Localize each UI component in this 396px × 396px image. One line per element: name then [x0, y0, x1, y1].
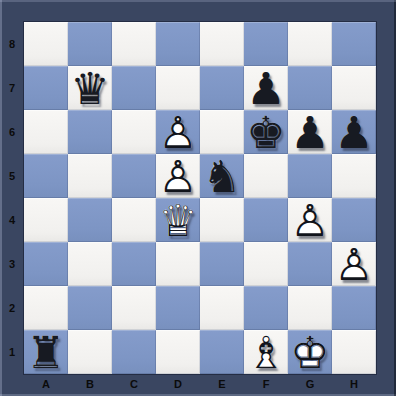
square-d8[interactable]	[156, 22, 200, 66]
white-pawn-glyph-detail: ♙	[332, 242, 376, 286]
square-a6[interactable]	[24, 110, 68, 154]
square-h3[interactable]: ♟♙	[332, 242, 376, 286]
square-h7[interactable]	[332, 66, 376, 110]
file-label-c: C	[112, 374, 156, 394]
white-king-glyph-detail: ♔	[288, 330, 332, 374]
square-b1[interactable]	[68, 330, 112, 374]
square-d2[interactable]	[156, 286, 200, 330]
square-f6[interactable]: ♔♚	[244, 110, 288, 154]
white-pawn-glyph-detail: ♙	[156, 154, 200, 198]
white-pawn[interactable]: ♟♙	[156, 154, 200, 198]
square-c7[interactable]	[112, 66, 156, 110]
square-g7[interactable]	[288, 66, 332, 110]
white-pawn-glyph-detail: ♙	[288, 198, 332, 242]
square-b3[interactable]	[68, 242, 112, 286]
square-d5[interactable]: ♟♙	[156, 154, 200, 198]
black-knight-glyph-detail: ♞	[200, 154, 244, 198]
file-labels: ABCDEFGH	[24, 374, 376, 394]
white-king[interactable]: ♚♔	[288, 330, 332, 374]
black-pawn-glyph-detail: ♟	[288, 110, 332, 154]
black-knight[interactable]: ♘♞	[200, 154, 244, 198]
square-g1[interactable]: ♚♔	[288, 330, 332, 374]
black-queen[interactable]: ♕♛	[68, 66, 112, 110]
black-pawn[interactable]: ♙♟	[288, 110, 332, 154]
square-d4[interactable]: ♛♕	[156, 198, 200, 242]
black-pawn-glyph-detail: ♟	[332, 110, 376, 154]
chess-board: ♕♛♙♟♟♙♔♚♙♟♙♟♟♙♘♞♛♕♟♙♟♙♖♜♝♗♚♔	[24, 22, 376, 374]
square-h8[interactable]	[332, 22, 376, 66]
square-f7[interactable]: ♙♟	[244, 66, 288, 110]
square-e2[interactable]	[200, 286, 244, 330]
chess-board-frame: 87654321 ♕♛♙♟♟♙♔♚♙♟♙♟♟♙♘♞♛♕♟♙♟♙♖♜♝♗♚♔ AB…	[0, 0, 396, 396]
square-f2[interactable]	[244, 286, 288, 330]
square-e1[interactable]	[200, 330, 244, 374]
square-d3[interactable]	[156, 242, 200, 286]
white-pawn[interactable]: ♟♙	[332, 242, 376, 286]
rank-label-6: 6	[0, 110, 24, 154]
black-pawn[interactable]: ♙♟	[332, 110, 376, 154]
square-e6[interactable]	[200, 110, 244, 154]
square-f5[interactable]	[244, 154, 288, 198]
white-bishop-glyph-detail: ♗	[244, 330, 288, 374]
rank-label-1: 1	[0, 330, 24, 374]
rank-label-2: 2	[0, 286, 24, 330]
square-e3[interactable]	[200, 242, 244, 286]
square-b7[interactable]: ♕♛	[68, 66, 112, 110]
square-b5[interactable]	[68, 154, 112, 198]
black-king[interactable]: ♔♚	[244, 110, 288, 154]
square-d6[interactable]: ♟♙	[156, 110, 200, 154]
rank-label-4: 4	[0, 198, 24, 242]
square-f4[interactable]	[244, 198, 288, 242]
black-rook-glyph-detail: ♜	[24, 330, 68, 374]
square-f3[interactable]	[244, 242, 288, 286]
square-d7[interactable]	[156, 66, 200, 110]
square-a4[interactable]	[24, 198, 68, 242]
rank-label-8: 8	[0, 22, 24, 66]
file-label-b: B	[68, 374, 112, 394]
square-f8[interactable]	[244, 22, 288, 66]
square-c3[interactable]	[112, 242, 156, 286]
black-queen-glyph-detail: ♛	[68, 66, 112, 110]
square-e7[interactable]	[200, 66, 244, 110]
black-pawn-glyph-detail: ♟	[244, 66, 288, 110]
square-b6[interactable]	[68, 110, 112, 154]
file-label-g: G	[288, 374, 332, 394]
square-d1[interactable]	[156, 330, 200, 374]
rank-labels: 87654321	[0, 22, 24, 374]
square-c8[interactable]	[112, 22, 156, 66]
square-e8[interactable]	[200, 22, 244, 66]
square-a1[interactable]: ♖♜	[24, 330, 68, 374]
square-h1[interactable]	[332, 330, 376, 374]
square-a2[interactable]	[24, 286, 68, 330]
white-pawn[interactable]: ♟♙	[288, 198, 332, 242]
rank-label-3: 3	[0, 242, 24, 286]
black-pawn[interactable]: ♙♟	[244, 66, 288, 110]
square-c6[interactable]	[112, 110, 156, 154]
square-b4[interactable]	[68, 198, 112, 242]
file-label-d: D	[156, 374, 200, 394]
square-c5[interactable]	[112, 154, 156, 198]
square-g3[interactable]	[288, 242, 332, 286]
square-c4[interactable]	[112, 198, 156, 242]
square-f1[interactable]: ♝♗	[244, 330, 288, 374]
white-pawn[interactable]: ♟♙	[156, 110, 200, 154]
square-g5[interactable]	[288, 154, 332, 198]
white-queen-glyph-detail: ♕	[156, 198, 200, 242]
square-h6[interactable]: ♙♟	[332, 110, 376, 154]
white-queen[interactable]: ♛♕	[156, 198, 200, 242]
square-h2[interactable]	[332, 286, 376, 330]
black-rook[interactable]: ♖♜	[24, 330, 68, 374]
square-e4[interactable]	[200, 198, 244, 242]
white-pawn-glyph-detail: ♙	[156, 110, 200, 154]
square-b2[interactable]	[68, 286, 112, 330]
file-label-a: A	[24, 374, 68, 394]
square-a8[interactable]	[24, 22, 68, 66]
file-label-e: E	[200, 374, 244, 394]
square-g6[interactable]: ♙♟	[288, 110, 332, 154]
square-g8[interactable]	[288, 22, 332, 66]
square-a7[interactable]	[24, 66, 68, 110]
white-bishop[interactable]: ♝♗	[244, 330, 288, 374]
black-king-glyph-detail: ♚	[244, 110, 288, 154]
square-e5[interactable]: ♘♞	[200, 154, 244, 198]
rank-label-5: 5	[0, 154, 24, 198]
square-h5[interactable]	[332, 154, 376, 198]
rank-label-7: 7	[0, 66, 24, 110]
file-label-h: H	[332, 374, 376, 394]
square-h4[interactable]	[332, 198, 376, 242]
square-c2[interactable]	[112, 286, 156, 330]
file-label-f: F	[244, 374, 288, 394]
square-c1[interactable]	[112, 330, 156, 374]
square-b8[interactable]	[68, 22, 112, 66]
square-g4[interactable]: ♟♙	[288, 198, 332, 242]
square-a5[interactable]	[24, 154, 68, 198]
square-g2[interactable]	[288, 286, 332, 330]
square-a3[interactable]	[24, 242, 68, 286]
